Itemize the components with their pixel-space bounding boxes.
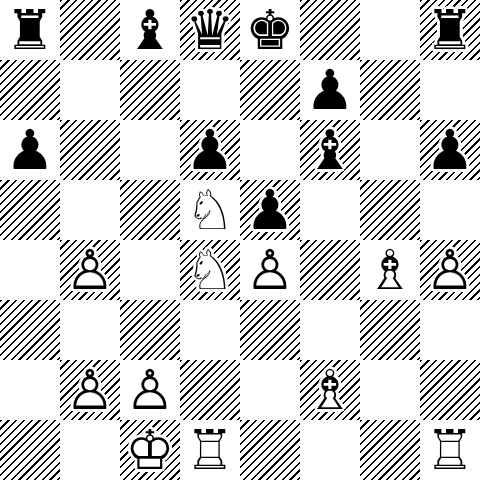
square-g5[interactable] [360, 180, 420, 240]
white-pawn-piece[interactable]: ♟♙ [240, 240, 300, 300]
square-g8[interactable] [360, 0, 420, 60]
square-c7[interactable] [120, 60, 180, 120]
square-e4[interactable]: ♟♙ [240, 240, 300, 300]
square-e8[interactable]: ♚♚ [240, 0, 300, 60]
black-pawn-piece[interactable]: ♟♟ [300, 60, 360, 120]
piece-glyph: ♗ [300, 360, 360, 420]
square-b1[interactable] [60, 420, 120, 480]
piece-glyph: ♟ [180, 120, 240, 180]
piece-glyph: ♙ [60, 360, 120, 420]
square-f5[interactable] [300, 180, 360, 240]
black-pawn-piece[interactable]: ♟♟ [240, 180, 300, 240]
white-bishop-piece[interactable]: ♝♗ [360, 240, 420, 300]
square-a3[interactable] [0, 300, 60, 360]
white-pawn-piece[interactable]: ♟♙ [60, 240, 120, 300]
square-h3[interactable] [420, 300, 480, 360]
square-f2[interactable]: ♝♗ [300, 360, 360, 420]
piece-glyph: ♙ [120, 360, 180, 420]
black-queen-piece[interactable]: ♛♛ [180, 0, 240, 60]
white-knight-piece[interactable]: ♞♘ [180, 180, 240, 240]
square-b8[interactable] [60, 0, 120, 60]
square-b5[interactable] [60, 180, 120, 240]
white-rook-piece[interactable]: ♜♖ [420, 420, 480, 480]
square-a4[interactable] [0, 240, 60, 300]
square-b2[interactable]: ♟♙ [60, 360, 120, 420]
square-a2[interactable] [0, 360, 60, 420]
piece-glyph: ♟ [300, 60, 360, 120]
square-c3[interactable] [120, 300, 180, 360]
square-e1[interactable] [240, 420, 300, 480]
square-d2[interactable] [180, 360, 240, 420]
chess-board: ♜♜♝♝♛♛♚♚♜♜♟♟♟♟♟♟♝♝♟♟♞♘♟♟♟♙♞♘♟♙♝♗♟♙♟♙♟♙♝♗… [0, 0, 480, 480]
square-f3[interactable] [300, 300, 360, 360]
white-rook-piece[interactable]: ♜♖ [180, 420, 240, 480]
piece-glyph: ♝ [120, 0, 180, 60]
square-c8[interactable]: ♝♝ [120, 0, 180, 60]
square-b6[interactable] [60, 120, 120, 180]
square-h4[interactable]: ♟♙ [420, 240, 480, 300]
square-d8[interactable]: ♛♛ [180, 0, 240, 60]
piece-glyph: ♚ [240, 0, 300, 60]
black-rook-piece[interactable]: ♜♜ [420, 0, 480, 60]
white-pawn-piece[interactable]: ♟♙ [60, 360, 120, 420]
square-b7[interactable] [60, 60, 120, 120]
black-pawn-piece[interactable]: ♟♟ [420, 120, 480, 180]
square-f7[interactable]: ♟♟ [300, 60, 360, 120]
square-e6[interactable] [240, 120, 300, 180]
square-b3[interactable] [60, 300, 120, 360]
square-d5[interactable]: ♞♘ [180, 180, 240, 240]
square-c6[interactable] [120, 120, 180, 180]
square-a7[interactable] [0, 60, 60, 120]
square-d6[interactable]: ♟♟ [180, 120, 240, 180]
piece-glyph: ♙ [60, 240, 120, 300]
piece-glyph: ♘ [180, 180, 240, 240]
white-knight-piece[interactable]: ♞♘ [180, 240, 240, 300]
square-b4[interactable]: ♟♙ [60, 240, 120, 300]
black-pawn-piece[interactable]: ♟♟ [180, 120, 240, 180]
square-h7[interactable] [420, 60, 480, 120]
square-d7[interactable] [180, 60, 240, 120]
square-g7[interactable] [360, 60, 420, 120]
piece-glyph: ♖ [180, 420, 240, 480]
square-a1[interactable] [0, 420, 60, 480]
piece-glyph: ♛ [180, 0, 240, 60]
square-a6[interactable]: ♟♟ [0, 120, 60, 180]
square-c4[interactable] [120, 240, 180, 300]
square-h5[interactable] [420, 180, 480, 240]
square-e7[interactable] [240, 60, 300, 120]
square-h1[interactable]: ♜♖ [420, 420, 480, 480]
square-e2[interactable] [240, 360, 300, 420]
white-pawn-piece[interactable]: ♟♙ [120, 360, 180, 420]
square-c2[interactable]: ♟♙ [120, 360, 180, 420]
white-bishop-piece[interactable]: ♝♗ [300, 360, 360, 420]
white-pawn-piece[interactable]: ♟♙ [420, 240, 480, 300]
square-c1[interactable]: ♚♔ [120, 420, 180, 480]
piece-glyph: ♙ [240, 240, 300, 300]
white-king-piece[interactable]: ♚♔ [120, 420, 180, 480]
piece-glyph: ♜ [420, 0, 480, 60]
square-g4[interactable]: ♝♗ [360, 240, 420, 300]
black-king-piece[interactable]: ♚♚ [240, 0, 300, 60]
square-f1[interactable] [300, 420, 360, 480]
square-a5[interactable] [0, 180, 60, 240]
square-h2[interactable] [420, 360, 480, 420]
square-g3[interactable] [360, 300, 420, 360]
square-g2[interactable] [360, 360, 420, 420]
black-bishop-piece[interactable]: ♝♝ [120, 0, 180, 60]
black-bishop-piece[interactable]: ♝♝ [300, 120, 360, 180]
square-c5[interactable] [120, 180, 180, 240]
piece-glyph: ♟ [420, 120, 480, 180]
piece-glyph: ♝ [300, 120, 360, 180]
piece-glyph: ♜ [0, 0, 60, 60]
piece-glyph: ♗ [360, 240, 420, 300]
piece-glyph: ♖ [420, 420, 480, 480]
piece-glyph: ♘ [180, 240, 240, 300]
square-g6[interactable] [360, 120, 420, 180]
square-a8[interactable]: ♜♜ [0, 0, 60, 60]
piece-glyph: ♟ [0, 120, 60, 180]
square-h6[interactable]: ♟♟ [420, 120, 480, 180]
square-e3[interactable] [240, 300, 300, 360]
square-d3[interactable] [180, 300, 240, 360]
piece-glyph: ♙ [420, 240, 480, 300]
square-d4[interactable]: ♞♘ [180, 240, 240, 300]
piece-glyph: ♔ [120, 420, 180, 480]
black-pawn-piece[interactable]: ♟♟ [0, 120, 60, 180]
piece-glyph: ♟ [240, 180, 300, 240]
square-f6[interactable]: ♝♝ [300, 120, 360, 180]
square-f4[interactable] [300, 240, 360, 300]
square-d1[interactable]: ♜♖ [180, 420, 240, 480]
black-rook-piece[interactable]: ♜♜ [0, 0, 60, 60]
square-g1[interactable] [360, 420, 420, 480]
square-f8[interactable] [300, 0, 360, 60]
square-e5[interactable]: ♟♟ [240, 180, 300, 240]
square-h8[interactable]: ♜♜ [420, 0, 480, 60]
